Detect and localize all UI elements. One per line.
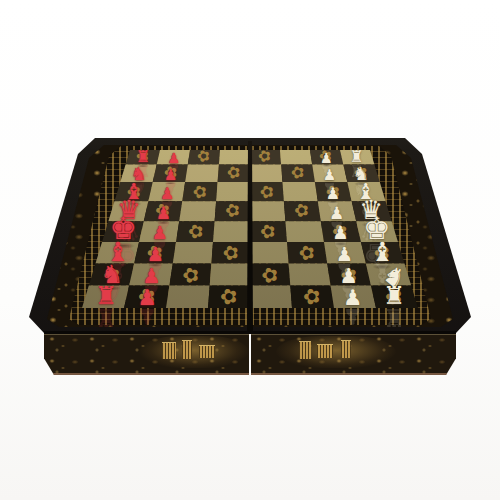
ivory-pawn: ♟♟ xyxy=(326,186,340,202)
pavilion-motif xyxy=(199,346,215,358)
ivory-pawn: ♟♟ xyxy=(323,167,336,182)
pavilion-motif xyxy=(182,341,192,359)
ivory-rook: ♜♜ xyxy=(383,284,405,309)
red-pawn: ♟♟ xyxy=(147,245,164,264)
red-pawn: ♟♟ xyxy=(167,151,180,165)
box-cartouche xyxy=(139,336,249,368)
gilt-sprig-icon: ✿ xyxy=(292,200,312,221)
piece-reflection: ♜ xyxy=(383,305,405,330)
gilt-sprig-icon: ✿ xyxy=(218,284,241,309)
piece-reflection: ♜ xyxy=(95,305,117,330)
ivory-pawn: ♟♟ xyxy=(320,151,333,165)
gilt-sprig-icon: ✿ xyxy=(296,241,317,264)
red-pawn: ♟♟ xyxy=(156,205,171,222)
ivory-pawn: ♟♟ xyxy=(336,245,353,264)
box-cartouche xyxy=(276,336,396,368)
gilt-sprig-icon: ✿ xyxy=(180,262,202,286)
gilt-sprig-icon: ✿ xyxy=(191,181,210,201)
red-pawn: ♟♟ xyxy=(151,224,167,242)
red-pawn: ♟♟ xyxy=(164,167,177,182)
gilt-sprig-icon: ✿ xyxy=(258,220,278,242)
pavilion-motif xyxy=(162,343,176,359)
gilt-sprig-icon: ✿ xyxy=(185,220,205,242)
gilt-sprig-icon: ✿ xyxy=(259,262,281,286)
ivory-bishop: ♝♝ xyxy=(371,239,395,265)
gilt-sprig-icon: ✿ xyxy=(289,163,307,183)
gilt-sprig-icon: ✿ xyxy=(196,148,213,167)
ivory-pawn: ♟♟ xyxy=(339,266,357,286)
red-pawn: ♟♟ xyxy=(137,287,156,309)
pavilion-motif xyxy=(299,342,311,359)
gilt-sprig-icon: ✿ xyxy=(225,163,243,183)
auction-photo: ✿✿✿✿✿✿✿✿✿✿✿✿✿✿✿✿✿✿✿✿✿✿✿✿✿✿✿✿✿✿✿✿ ♜♜♞♞♝♝♛… xyxy=(0,0,500,500)
ivory-pawn: ♟♟ xyxy=(343,287,362,309)
pavilion-motif xyxy=(341,341,351,358)
piece-reflection: ♟ xyxy=(343,305,362,327)
gilt-sprig-icon: ✿ xyxy=(257,148,274,167)
red-pawn: ♟♟ xyxy=(142,266,160,286)
piece-reflection: ♟ xyxy=(137,305,156,327)
box-side-left xyxy=(44,333,249,375)
box-side-right xyxy=(251,333,456,375)
pavilion-motif xyxy=(317,345,333,358)
red-pawn: ♟♟ xyxy=(160,186,174,202)
gilt-sprig-icon: ✿ xyxy=(220,241,241,264)
ivory-pawn: ♟♟ xyxy=(329,205,344,222)
gilt-sprig-icon: ✿ xyxy=(300,284,323,309)
gilt-sprig-icon: ✿ xyxy=(257,181,276,201)
gilt-sprig-icon: ✿ xyxy=(223,200,243,221)
red-rook: ♜♜ xyxy=(95,284,117,309)
ivory-pawn: ♟♟ xyxy=(332,224,348,242)
